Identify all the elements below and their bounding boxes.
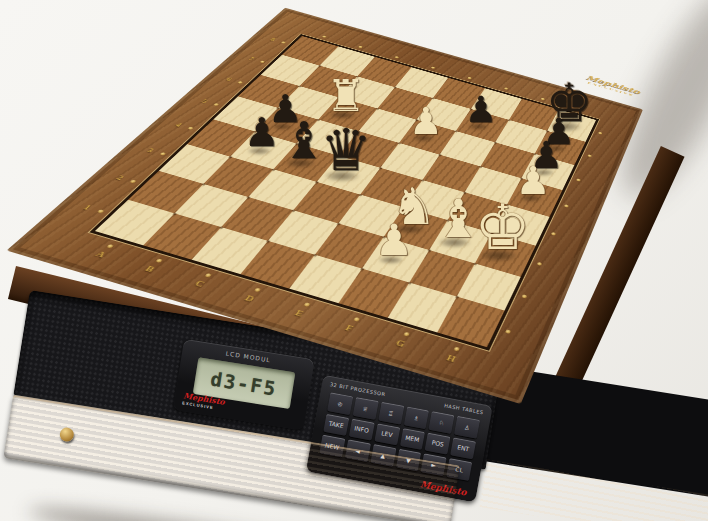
brass-nail (336, 222, 341, 225)
brass-nail (494, 142, 498, 144)
brass-nail (271, 168, 275, 171)
piece-white-pawn-e6[interactable]: ♟ (409, 103, 442, 140)
key-♖[interactable]: ♖ (378, 402, 404, 425)
brass-nail (318, 65, 322, 67)
piece-black-pawn-f7[interactable]: ♟ (465, 92, 497, 128)
key-♘[interactable]: ♘ (429, 411, 455, 434)
brass-nail (379, 167, 383, 170)
key-info[interactable]: INFO (349, 418, 375, 441)
key-ent[interactable]: ENT (450, 437, 476, 460)
brass-nail (219, 226, 224, 229)
brass-nail (172, 212, 177, 215)
brass-nail (358, 194, 362, 197)
key-♙[interactable]: ♙ (454, 416, 480, 439)
key-♔[interactable]: ♔ (327, 392, 353, 415)
key-take[interactable]: TAKE (323, 414, 349, 437)
brass-nail (291, 209, 296, 212)
piece-black-queen-d4[interactable]: ♛ (320, 122, 372, 180)
brass-nail (438, 154, 442, 156)
key-pos[interactable]: POS (425, 432, 451, 455)
brass-nail (393, 86, 397, 88)
brass-nail (455, 295, 459, 298)
brass-nail (266, 240, 271, 243)
drawer-knob[interactable] (59, 427, 75, 443)
key-mem[interactable]: MEM (399, 428, 425, 451)
brass-nail (397, 142, 401, 144)
brass-nail (508, 119, 511, 121)
piece-black-pawn-b4[interactable]: ♟ (244, 113, 280, 153)
brass-nail (407, 281, 412, 284)
brass-nail (454, 130, 458, 132)
brass-nail (228, 156, 233, 159)
piece-white-pawn-f2[interactable]: ♟ (375, 219, 414, 262)
brass-nail (376, 108, 380, 110)
piece-white-king-h3[interactable]: ♚ (475, 197, 531, 260)
key-♗[interactable]: ♗ (403, 406, 429, 429)
brass-nail (360, 268, 365, 271)
brass-nail (201, 183, 206, 186)
photo-scene: LCD MODUL d3-F5 Mephisto EXCLUSIVE 32 BI… (0, 0, 708, 521)
lcd-move-text: d3-F5 (209, 367, 279, 399)
key-lev[interactable]: LEV (374, 423, 400, 446)
brass-nail (246, 196, 251, 199)
brass-nail (427, 249, 431, 252)
brass-nail (479, 166, 483, 168)
brass-nail (315, 181, 319, 184)
key-♕[interactable]: ♕ (353, 397, 379, 420)
brass-nail (313, 254, 318, 257)
piece-white-rook-c6[interactable]: ♜ (326, 74, 365, 118)
